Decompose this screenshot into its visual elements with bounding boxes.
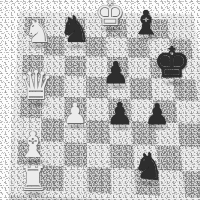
piece-shadow [145,124,171,131]
black-pawn-e6[interactable]: ♟ [103,58,130,88]
piece-shadow [99,26,125,33]
black-pawn-g4[interactable]: ♟ [144,101,169,129]
piece-shadow [108,125,134,132]
white-bishop-a2[interactable]: ♝ [17,127,49,163]
black-bishop-f8[interactable]: ♝ [131,6,161,39]
white-rook-a1[interactable]: ♜ [18,161,48,195]
piece-shadow [26,43,52,50]
piece-shadow [63,123,89,130]
chess-photo-scene: ♚♝♞♞♚♟♛♟♟♟♝♞♜ [0,0,200,200]
black-pawn-e4[interactable]: ♟ [107,99,134,129]
white-king-e8[interactable]: ♚ [95,0,125,30]
piece-shadow [22,191,48,198]
piece-shadow [135,179,162,189]
white-knight-a7[interactable]: ♞ [24,15,53,47]
piece-shadow [161,79,187,86]
white-queen-a5[interactable]: ♛ [18,65,54,105]
piece-shadow [104,84,130,91]
black-knight-c7[interactable]: ♞ [59,12,91,48]
piece-shadow [64,43,90,50]
white-pawn-c4[interactable]: ♟ [62,100,87,128]
black-king-g6[interactable]: ♚ [153,42,191,84]
pieces-layer: ♚♝♞♞♚♟♛♟♟♟♝♞♜ [0,0,200,200]
piece-shadow [25,100,51,107]
black-knight-f1[interactable]: ♞ [131,147,167,187]
